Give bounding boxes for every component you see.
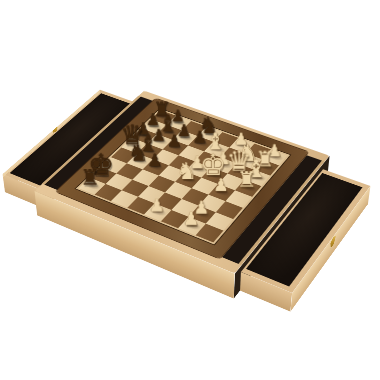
chess-piece-white-pawn-g1: ♟: [183, 211, 199, 228]
chess-piece-white-pawn-g4: ♟: [213, 178, 229, 194]
chess-piece-black-knight-b4: ♞: [128, 143, 149, 164]
product-photo-stage: ♜♟♞♟♟♟♝♟♟♝♞♜♟♟♟♟♛♝♛♝♟♚♜♞♟♞♟♚♟♜♟♟: [0, 0, 380, 380]
chess-piece-white-knight-e4: ♞: [176, 161, 197, 182]
chess-piece-black-pawn-c4: ♟: [147, 153, 162, 169]
chess-piece-black-rook-a1: ♜: [81, 169, 100, 189]
chess-piece-white-rook-h5: ♜: [237, 171, 256, 191]
chess-piece-black-pawn-c6: ♟: [167, 134, 182, 149]
chess-piece-white-pawn-e1: ♟: [149, 198, 165, 214]
